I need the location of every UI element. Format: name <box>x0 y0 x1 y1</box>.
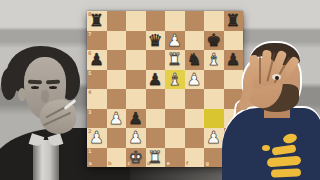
tshirt-emblem-blob <box>262 145 270 151</box>
finger-gap-shadow <box>259 54 261 84</box>
youtube-thumbnail: 8♜♜7♛♟♚6♟♜♞♝♟5♟♝♟43♟♟2♟♟♟♟1abc♚d♜efgh <box>0 0 320 180</box>
right-portrait-facepalm <box>0 0 320 180</box>
tshirt-emblem-blob <box>271 168 301 178</box>
navy-tshirt <box>222 108 320 180</box>
peeking-eye-pupil <box>275 76 279 80</box>
